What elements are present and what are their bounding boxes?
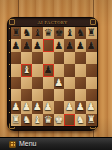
square-a4[interactable] [11,77,22,89]
square-e7[interactable]: ♟ [54,39,65,51]
black-pawn-on-d5: ♟ [43,64,54,76]
square-e8[interactable]: ♚ [54,27,65,39]
square-c8[interactable]: ♝ [32,27,43,39]
square-d3[interactable] [43,89,54,101]
square-a5[interactable] [11,64,22,76]
square-d5[interactable]: ♟ [43,64,54,76]
white-pawn-on-a2: ♟ [11,101,22,113]
black-bishop-on-f8: ♝ [64,27,75,39]
square-d2[interactable]: ♟ [43,101,54,113]
app-screen: AI FACTORY ♜♞♝♛♚♝♞♜♟♟♟♟♟♟♟♝♟♟♟♟♟♟♟♟♟♜♞♝♛… [0,0,112,150]
square-e2[interactable] [54,101,65,113]
square-h5[interactable] [86,64,97,76]
square-b7[interactable]: ♟ [21,39,32,51]
black-pawn-on-g7: ♟ [75,39,86,51]
white-pawn-on-d2: ♟ [43,101,54,113]
white-bishop-on-b5: ♝ [21,64,32,76]
board-grid: ♜♞♝♛♚♝♞♜♟♟♟♟♟♟♟♝♟♟♟♟♟♟♟♟♟♜♞♝♛♚♞♜ [10,26,98,127]
black-knight-on-g8: ♞ [75,27,86,39]
white-knight-on-b1: ♞ [21,114,32,126]
menu-grid-icon[interactable] [9,141,16,148]
black-rook-on-a8: ♜ [11,27,22,39]
square-f5[interactable] [64,64,75,76]
square-a8[interactable]: ♜ [11,27,22,39]
square-c7[interactable]: ♟ [32,39,43,51]
white-king-on-e1: ♚ [54,114,65,126]
black-rook-on-h8: ♜ [86,27,97,39]
white-pawn-on-g2: ♟ [75,101,86,113]
square-h6[interactable] [86,52,97,64]
white-bishop-on-c1: ♝ [32,114,43,126]
square-a3[interactable] [11,89,22,101]
square-g6[interactable] [75,52,86,64]
white-rook-on-h1: ♜ [86,114,97,126]
square-g2[interactable]: ♟ [75,101,86,113]
square-h3[interactable] [86,89,97,101]
square-g7[interactable]: ♟ [75,39,86,51]
square-f4[interactable] [64,77,75,89]
square-d7[interactable] [43,39,54,51]
square-b5[interactable]: ♝ [21,64,32,76]
black-bishop-on-c8: ♝ [32,27,43,39]
square-h2[interactable]: ♟ [86,101,97,113]
menu-button-label[interactable]: Menu [19,138,37,150]
square-g5[interactable] [75,64,86,76]
square-c3[interactable] [32,89,43,101]
square-d4[interactable] [43,77,54,89]
square-f2[interactable]: ♟ [64,101,75,113]
white-pawn-on-c2: ♟ [32,101,43,113]
square-c5[interactable] [32,64,43,76]
square-b2[interactable]: ♟ [21,101,32,113]
black-pawn-on-c7: ♟ [32,39,43,51]
board-plaque-text: AI FACTORY [8,20,97,26]
square-g3[interactable] [75,89,86,101]
square-d8[interactable]: ♛ [43,27,54,39]
square-a7[interactable]: ♟ [11,39,22,51]
square-a6[interactable] [11,52,22,64]
square-e3[interactable] [54,89,65,101]
white-pawn-on-f2: ♟ [64,101,75,113]
black-pawn-on-a7: ♟ [11,39,22,51]
square-d1[interactable]: ♛ [43,114,54,126]
square-d6[interactable] [43,52,54,64]
square-h1[interactable]: ♜ [86,114,97,126]
android-menu-bar[interactable]: Menu [0,137,112,150]
square-h7[interactable]: ♟ [86,39,97,51]
black-king-on-e8: ♚ [54,27,65,39]
square-e5[interactable] [54,64,65,76]
square-e1[interactable]: ♚ [54,114,65,126]
white-knight-on-g1: ♞ [75,114,86,126]
square-f7[interactable]: ♟ [64,39,75,51]
square-f8[interactable]: ♝ [64,27,75,39]
white-pawn-on-e4: ♟ [54,77,65,89]
square-g8[interactable]: ♞ [75,27,86,39]
square-a1[interactable]: ♜ [11,114,22,126]
white-pawn-on-b2: ♟ [21,101,32,113]
square-b3[interactable] [21,89,32,101]
square-c1[interactable]: ♝ [32,114,43,126]
square-c6[interactable] [32,52,43,64]
black-queen-on-d8: ♛ [43,27,54,39]
chess-board-frame: AI FACTORY ♜♞♝♛♚♝♞♜♟♟♟♟♟♟♟♝♟♟♟♟♟♟♟♟♟♜♞♝♛… [7,17,98,131]
white-queen-on-d1: ♛ [43,114,54,126]
black-pawn-on-f7: ♟ [64,39,75,51]
square-g1[interactable]: ♞ [75,114,86,126]
square-a2[interactable]: ♟ [11,101,22,113]
square-c2[interactable]: ♟ [32,101,43,113]
square-f1[interactable] [64,114,75,126]
black-knight-on-b8: ♞ [21,27,32,39]
square-b1[interactable]: ♞ [21,114,32,126]
black-pawn-on-h7: ♟ [86,39,97,51]
square-h8[interactable]: ♜ [86,27,97,39]
square-b8[interactable]: ♞ [21,27,32,39]
square-b4[interactable] [21,77,32,89]
square-e4[interactable]: ♟ [54,77,65,89]
square-f6[interactable] [64,52,75,64]
square-f3[interactable] [64,89,75,101]
black-pawn-on-b7: ♟ [21,39,32,51]
white-rook-on-a1: ♜ [11,114,22,126]
white-pawn-on-h2: ♟ [86,101,97,113]
square-e6[interactable] [54,52,65,64]
black-pawn-on-e7: ♟ [54,39,65,51]
square-c4[interactable] [32,77,43,89]
square-g4[interactable] [75,77,86,89]
square-h4[interactable] [86,77,97,89]
square-b6[interactable] [21,52,32,64]
